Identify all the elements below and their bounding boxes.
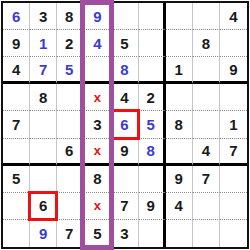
cell-r8c5[interactable]: 7: [111, 193, 138, 220]
cell-r1c5[interactable]: [111, 3, 138, 30]
cell-r5c3[interactable]: [57, 111, 84, 138]
cell-r3c2[interactable]: 7: [30, 57, 57, 84]
cell-r8c6[interactable]: 9: [139, 193, 166, 220]
cell-r7c9[interactable]: [220, 166, 247, 193]
cell-r1c1[interactable]: 6: [3, 3, 30, 30]
cell-r4c6[interactable]: 2: [139, 84, 166, 111]
cell-r7c5[interactable]: [111, 166, 138, 193]
cell-r2c3[interactable]: 2: [57, 30, 84, 57]
cell-r6c5[interactable]: 9: [111, 139, 138, 166]
cell-r6c8[interactable]: 4: [193, 139, 220, 166]
cell-r6c6[interactable]: 8: [139, 139, 166, 166]
cell-r8c3[interactable]: [57, 193, 84, 220]
cell-r4c5[interactable]: 4: [111, 84, 138, 111]
cell-r5c7[interactable]: 8: [166, 111, 193, 138]
cell-r9c2[interactable]: 9: [30, 220, 57, 247]
cell-r9c7[interactable]: [166, 220, 193, 247]
cell-r4c7[interactable]: [166, 84, 193, 111]
cell-r5c8[interactable]: [193, 111, 220, 138]
sudoku-app: 638949124584758198x427365816x984758976x7…: [0, 0, 250, 250]
cell-r3c6[interactable]: [139, 57, 166, 84]
cell-r6c1[interactable]: [3, 139, 30, 166]
cell-r2c8[interactable]: 8: [193, 30, 220, 57]
cell-r1c9[interactable]: 4: [220, 3, 247, 30]
cell-r4c4[interactable]: x: [84, 84, 111, 111]
cell-r1c3[interactable]: 8: [57, 3, 84, 30]
cell-r9c3[interactable]: 7: [57, 220, 84, 247]
cell-r7c3[interactable]: [57, 166, 84, 193]
cell-r8c1[interactable]: [3, 193, 30, 220]
cell-r5c9[interactable]: 1: [220, 111, 247, 138]
cell-r2c5[interactable]: 5: [111, 30, 138, 57]
cell-r2c6[interactable]: [139, 30, 166, 57]
cell-r4c1[interactable]: [3, 84, 30, 111]
cell-r9c1[interactable]: [3, 220, 30, 247]
cell-r3c3[interactable]: 5: [57, 57, 84, 84]
cell-r2c1[interactable]: 9: [3, 30, 30, 57]
cell-r7c4[interactable]: 8: [84, 166, 111, 193]
cell-r3c9[interactable]: 9: [220, 57, 247, 84]
cell-r9c9[interactable]: [220, 220, 247, 247]
cell-r6c7[interactable]: [166, 139, 193, 166]
cell-r9c8[interactable]: [193, 220, 220, 247]
cell-r3c7[interactable]: 1: [166, 57, 193, 84]
cell-r4c3[interactable]: [57, 84, 84, 111]
cell-r5c4[interactable]: 3: [84, 111, 111, 138]
cell-r9c4[interactable]: 5: [84, 220, 111, 247]
cell-r7c2[interactable]: [30, 166, 57, 193]
cell-r1c8[interactable]: [193, 3, 220, 30]
cell-r6c4[interactable]: x: [84, 139, 111, 166]
cell-r7c7[interactable]: 9: [166, 166, 193, 193]
cell-r9c5[interactable]: 3: [111, 220, 138, 247]
cell-r1c6[interactable]: [139, 3, 166, 30]
cell-r3c1[interactable]: 4: [3, 57, 30, 84]
cell-r3c8[interactable]: [193, 57, 220, 84]
cell-r2c7[interactable]: [166, 30, 193, 57]
cell-r8c4[interactable]: x: [84, 193, 111, 220]
cell-r7c1[interactable]: 5: [3, 166, 30, 193]
cell-r4c8[interactable]: [193, 84, 220, 111]
cell-r8c9[interactable]: [220, 193, 247, 220]
red-highlight-box: [28, 191, 58, 221]
cell-r6c2[interactable]: [30, 139, 57, 166]
cell-r8c7[interactable]: 4: [166, 193, 193, 220]
cell-r8c8[interactable]: [193, 193, 220, 220]
cell-r6c9[interactable]: 7: [220, 139, 247, 166]
cell-r3c4[interactable]: [84, 57, 111, 84]
cell-r7c6[interactable]: [139, 166, 166, 193]
cell-r8c2[interactable]: 6: [30, 193, 57, 220]
cell-r1c4[interactable]: 9: [84, 3, 111, 30]
cell-r5c2[interactable]: [30, 111, 57, 138]
cell-r4c9[interactable]: [220, 84, 247, 111]
cell-r7c8[interactable]: 7: [193, 166, 220, 193]
cell-r6c3[interactable]: 6: [57, 139, 84, 166]
cell-r2c4[interactable]: 4: [84, 30, 111, 57]
cell-r2c9[interactable]: [220, 30, 247, 57]
cell-r1c2[interactable]: 3: [30, 3, 57, 30]
cell-r2c2[interactable]: 1: [30, 30, 57, 57]
red-highlight-box: [109, 109, 139, 139]
sudoku-board: 638949124584758198x427365816x984758976x7…: [1, 1, 249, 249]
cell-r5c1[interactable]: 7: [3, 111, 30, 138]
cell-r5c6[interactable]: 5: [139, 111, 166, 138]
cell-r9c6[interactable]: [139, 220, 166, 247]
cell-r3c5[interactable]: 8: [111, 57, 138, 84]
cell-r5c5[interactable]: 6: [111, 111, 138, 138]
cell-r1c7[interactable]: [166, 3, 193, 30]
cell-r4c2[interactable]: 8: [30, 84, 57, 111]
